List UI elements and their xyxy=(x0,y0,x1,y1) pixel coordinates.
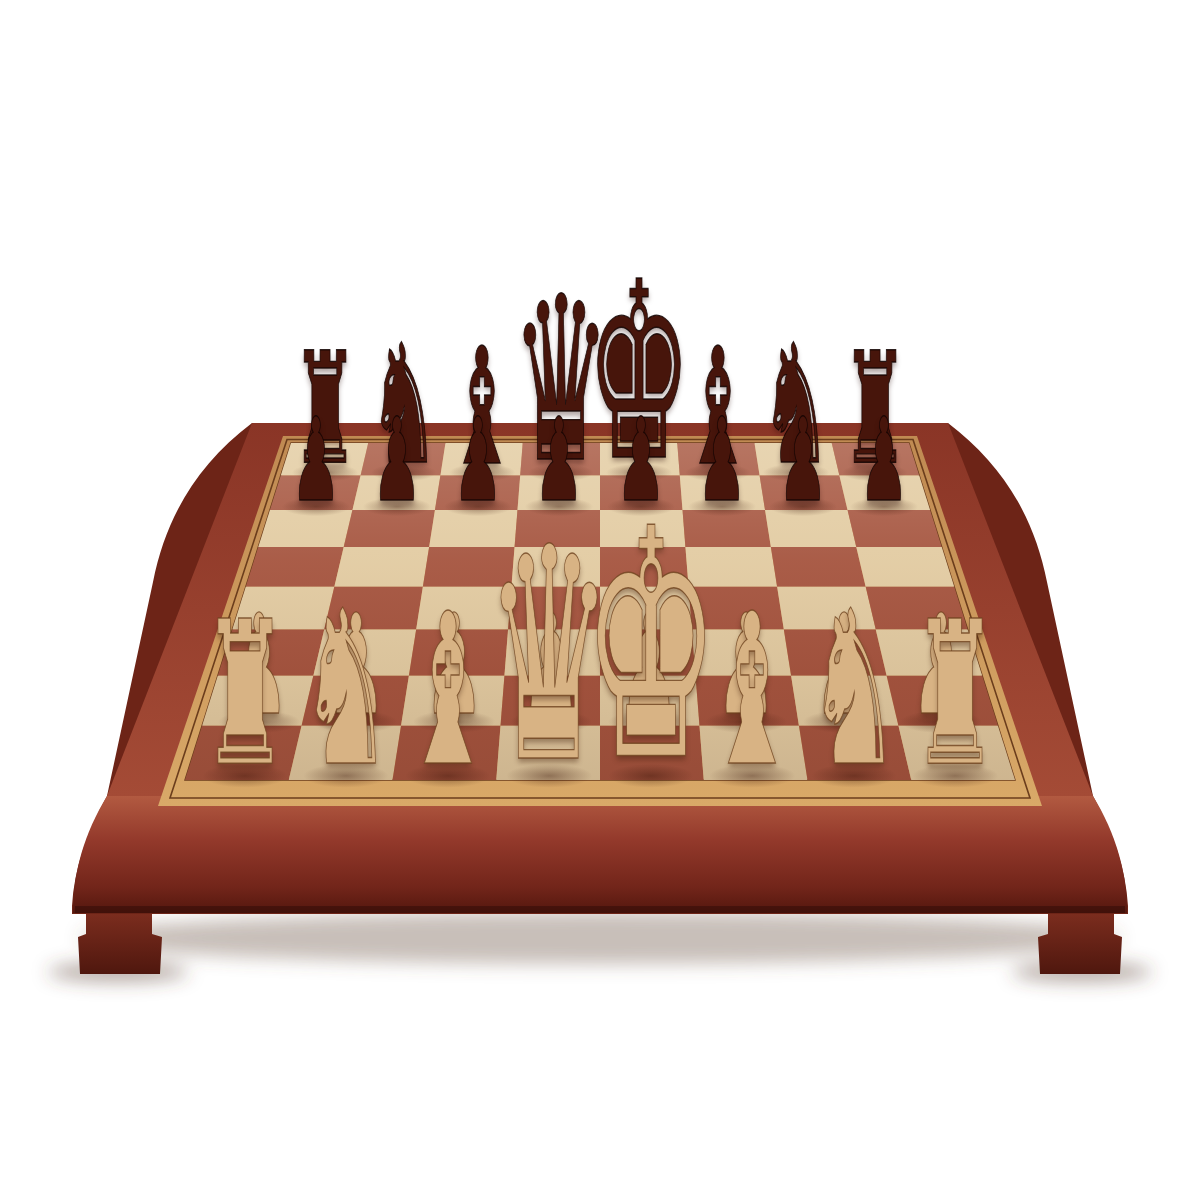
white-bishop-glyph: ♝ xyxy=(707,586,798,795)
white-knight-glyph: ♞ xyxy=(808,582,900,796)
white-knight-glyph: ♞ xyxy=(300,582,392,796)
board-foot-left xyxy=(78,910,162,974)
white-bishop-glyph: ♝ xyxy=(402,586,493,795)
white-rook-glyph: ♜ xyxy=(201,596,287,795)
board-front-lip xyxy=(75,906,1125,913)
board-shadow xyxy=(48,912,1152,982)
black-pawn-glyph: ♟ xyxy=(372,403,422,518)
white-rook-glyph: ♜ xyxy=(912,596,998,795)
white-king-glyph: ♚ xyxy=(582,488,719,805)
chess-set-product-photo: ♜♞♝♛♚♝♞♜♟♟♟♟♟♟♟♟♟♟♟♟♟♟♟♟♜♞♝♛♚♝♞♜ xyxy=(0,0,1200,1200)
board-foot-right xyxy=(1038,910,1122,974)
black-pawn-glyph: ♟ xyxy=(291,403,341,518)
black-pawn-glyph: ♟ xyxy=(859,403,909,518)
black-pawn-glyph: ♟ xyxy=(778,403,828,518)
